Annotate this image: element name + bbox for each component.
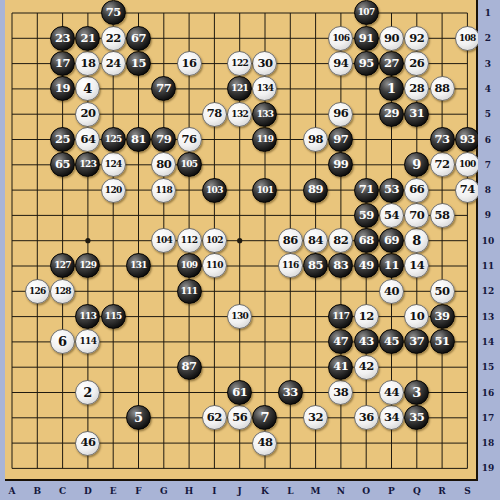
stone-white-118-G8[interactable]: 118 bbox=[151, 178, 176, 203]
stone-white-84-M10[interactable]: 84 bbox=[303, 228, 328, 253]
stone-white-134-K4[interactable]: 134 bbox=[252, 76, 277, 101]
stone-white-114-D14[interactable]: 114 bbox=[75, 329, 100, 354]
stone-white-20-D5[interactable]: 20 bbox=[75, 102, 100, 127]
stone-black-115-E13[interactable]: 115 bbox=[101, 304, 126, 329]
stone-white-86-L10[interactable]: 86 bbox=[278, 228, 303, 253]
stone-white-120-E8[interactable]: 120 bbox=[101, 178, 126, 203]
col-label-L: L bbox=[283, 486, 297, 496]
stone-white-90-P2[interactable]: 90 bbox=[379, 26, 404, 51]
stone-white-10-Q13[interactable]: 10 bbox=[404, 304, 429, 329]
stone-white-12-O13[interactable]: 12 bbox=[354, 304, 379, 329]
col-label-A: A bbox=[5, 486, 19, 496]
row-label-2: 2 bbox=[478, 33, 498, 43]
stone-white-98-M6[interactable]: 98 bbox=[303, 127, 328, 152]
stone-black-121-J4[interactable]: 121 bbox=[227, 76, 252, 101]
stone-white-72-R7[interactable]: 72 bbox=[430, 152, 455, 177]
stone-white-126-B12[interactable]: 126 bbox=[25, 279, 50, 304]
stone-black-25-C6[interactable]: 25 bbox=[50, 127, 75, 152]
stone-white-44-P16[interactable]: 44 bbox=[379, 380, 404, 405]
stone-black-131-F11[interactable]: 131 bbox=[126, 253, 151, 278]
stone-black-75-E1[interactable]: 75 bbox=[101, 0, 126, 25]
stone-black-37-Q14[interactable]: 37 bbox=[404, 329, 429, 354]
stone-black-53-P8[interactable]: 53 bbox=[379, 178, 404, 203]
stone-black-59-O9[interactable]: 59 bbox=[354, 203, 379, 228]
stone-black-67-F2[interactable]: 67 bbox=[126, 26, 151, 51]
stone-black-81-F6[interactable]: 81 bbox=[126, 127, 151, 152]
stone-black-15-F3[interactable]: 15 bbox=[126, 51, 151, 76]
stone-white-36-O17[interactable]: 36 bbox=[354, 405, 379, 430]
stone-black-65-C7[interactable]: 65 bbox=[50, 152, 75, 177]
col-label-O: O bbox=[359, 486, 373, 496]
col-label-R: R bbox=[435, 486, 449, 496]
stone-white-112-H10[interactable]: 112 bbox=[177, 228, 202, 253]
stone-black-29-P5[interactable]: 29 bbox=[379, 102, 404, 127]
col-label-C: C bbox=[56, 486, 70, 496]
stone-white-78-I5[interactable]: 78 bbox=[202, 102, 227, 127]
stone-white-14-Q11[interactable]: 14 bbox=[404, 253, 429, 278]
stone-white-132-J5[interactable]: 132 bbox=[227, 102, 252, 127]
stone-white-92-Q2[interactable]: 92 bbox=[404, 26, 429, 51]
stone-white-30-K3[interactable]: 30 bbox=[252, 51, 277, 76]
col-label-S: S bbox=[460, 486, 474, 496]
stone-black-93-S6[interactable]: 93 bbox=[455, 127, 480, 152]
stone-white-80-G7[interactable]: 80 bbox=[151, 152, 176, 177]
stone-black-133-K5[interactable]: 133 bbox=[252, 102, 277, 127]
stone-white-38-N16[interactable]: 38 bbox=[328, 380, 353, 405]
stone-white-108-S2[interactable]: 108 bbox=[455, 26, 480, 51]
stone-black-111-H12[interactable]: 111 bbox=[177, 279, 202, 304]
row-label-9: 9 bbox=[478, 210, 498, 220]
stone-black-99-N7[interactable]: 99 bbox=[328, 152, 353, 177]
stone-black-39-R13[interactable]: 39 bbox=[430, 304, 455, 329]
stone-black-5-F17[interactable]: 5 bbox=[126, 405, 151, 430]
stone-black-77-G4[interactable]: 77 bbox=[151, 76, 176, 101]
row-label-19: 19 bbox=[478, 463, 498, 473]
stone-black-23-C2[interactable]: 23 bbox=[50, 26, 75, 51]
stone-black-51-R14[interactable]: 51 bbox=[430, 329, 455, 354]
row-label-1: 1 bbox=[478, 8, 498, 18]
stone-black-109-H11[interactable]: 109 bbox=[177, 253, 202, 278]
stone-black-11-P11[interactable]: 11 bbox=[379, 253, 404, 278]
col-label-D: D bbox=[81, 486, 95, 496]
col-label-I: I bbox=[207, 486, 221, 496]
stone-white-24-E3[interactable]: 24 bbox=[101, 51, 126, 76]
stone-black-91-O2[interactable]: 91 bbox=[354, 26, 379, 51]
stone-black-71-O8[interactable]: 71 bbox=[354, 178, 379, 203]
stone-white-2-D16[interactable]: 2 bbox=[75, 380, 100, 405]
stone-white-62-I17[interactable]: 62 bbox=[202, 405, 227, 430]
stone-black-61-J16[interactable]: 61 bbox=[227, 380, 252, 405]
row-label-15: 15 bbox=[478, 362, 498, 372]
stone-white-76-H6[interactable]: 76 bbox=[177, 127, 202, 152]
col-label-F: F bbox=[132, 486, 146, 496]
stone-white-116-L11[interactable]: 116 bbox=[278, 253, 303, 278]
stone-white-100-S7[interactable]: 100 bbox=[455, 152, 480, 177]
stone-black-73-R6[interactable]: 73 bbox=[430, 127, 455, 152]
stone-black-127-C11[interactable]: 127 bbox=[50, 253, 75, 278]
stone-black-45-P14[interactable]: 45 bbox=[379, 329, 404, 354]
stone-black-17-C3[interactable]: 17 bbox=[50, 51, 75, 76]
row-label-6: 6 bbox=[478, 135, 498, 145]
col-label-M: M bbox=[309, 486, 323, 496]
stone-white-48-K18[interactable]: 48 bbox=[252, 431, 277, 456]
stone-black-3-Q16[interactable]: 3 bbox=[404, 380, 429, 405]
stone-black-79-G6[interactable]: 79 bbox=[151, 127, 176, 152]
stone-black-35-Q17[interactable]: 35 bbox=[404, 405, 429, 430]
stone-white-46-D18[interactable]: 46 bbox=[75, 431, 100, 456]
row-label-16: 16 bbox=[478, 388, 498, 398]
stone-white-32-M17[interactable]: 32 bbox=[303, 405, 328, 430]
stone-white-124-E7[interactable]: 124 bbox=[101, 152, 126, 177]
stone-black-69-P10[interactable]: 69 bbox=[379, 228, 404, 253]
stone-grid: 1234567891011121415161718192021222324252… bbox=[0, 0, 480, 481]
stone-white-104-G10[interactable]: 104 bbox=[151, 228, 176, 253]
stone-white-6-C14[interactable]: 6 bbox=[50, 329, 75, 354]
stone-black-119-K6[interactable]: 119 bbox=[252, 127, 277, 152]
stone-white-22-E2[interactable]: 22 bbox=[101, 26, 126, 51]
stone-white-18-D3[interactable]: 18 bbox=[75, 51, 100, 76]
col-label-H: H bbox=[182, 486, 196, 496]
row-label-7: 7 bbox=[478, 160, 498, 170]
row-label-4: 4 bbox=[478, 84, 498, 94]
stone-black-1-P4[interactable]: 1 bbox=[379, 76, 404, 101]
row-label-10: 10 bbox=[478, 236, 498, 246]
col-label-Q: Q bbox=[410, 486, 424, 496]
col-label-J: J bbox=[233, 486, 247, 496]
stone-white-42-O15[interactable]: 42 bbox=[354, 355, 379, 380]
stone-white-130-J13[interactable]: 130 bbox=[227, 304, 252, 329]
col-label-N: N bbox=[334, 486, 348, 496]
stone-white-54-P9[interactable]: 54 bbox=[379, 203, 404, 228]
row-label-14: 14 bbox=[478, 337, 498, 347]
stone-white-74-S8[interactable]: 74 bbox=[455, 178, 480, 203]
row-label-17: 17 bbox=[478, 413, 498, 423]
stone-black-68-O10[interactable]: 68 bbox=[354, 228, 379, 253]
col-label-K: K bbox=[258, 486, 272, 496]
row-label-11: 11 bbox=[478, 261, 498, 271]
stone-black-83-N11[interactable]: 83 bbox=[328, 253, 353, 278]
go-game-window: 1234567891011121415161718192021222324252… bbox=[0, 0, 500, 500]
stone-black-129-D11[interactable]: 129 bbox=[75, 253, 100, 278]
stone-black-101-K8[interactable]: 101 bbox=[252, 178, 277, 203]
stone-black-103-I8[interactable]: 103 bbox=[202, 178, 227, 203]
stone-black-7-K17[interactable]: 7 bbox=[252, 405, 277, 430]
stone-white-40-P12[interactable]: 40 bbox=[379, 279, 404, 304]
stone-white-28-Q4[interactable]: 28 bbox=[404, 76, 429, 101]
stone-black-49-O11[interactable]: 49 bbox=[354, 253, 379, 278]
stone-black-27-P3[interactable]: 27 bbox=[379, 51, 404, 76]
stone-black-123-D7[interactable]: 123 bbox=[75, 152, 100, 177]
row-label-8: 8 bbox=[478, 185, 498, 195]
stone-white-4-D4[interactable]: 4 bbox=[75, 76, 100, 101]
stone-black-113-D13[interactable]: 113 bbox=[75, 304, 100, 329]
stone-white-8-Q10[interactable]: 8 bbox=[404, 228, 429, 253]
row-label-12: 12 bbox=[478, 286, 498, 296]
stone-black-43-O14[interactable]: 43 bbox=[354, 329, 379, 354]
stone-white-110-I11[interactable]: 110 bbox=[202, 253, 227, 278]
stone-black-19-C4[interactable]: 19 bbox=[50, 76, 75, 101]
stone-black-107-O1[interactable]: 107 bbox=[354, 0, 379, 25]
stone-white-102-I10[interactable]: 102 bbox=[202, 228, 227, 253]
stone-black-125-E6[interactable]: 125 bbox=[101, 127, 126, 152]
stone-white-96-N5[interactable]: 96 bbox=[328, 102, 353, 127]
stone-white-56-J17[interactable]: 56 bbox=[227, 405, 252, 430]
stone-black-105-H7[interactable]: 105 bbox=[177, 152, 202, 177]
stone-black-117-N13[interactable]: 117 bbox=[328, 304, 353, 329]
stone-white-94-N3[interactable]: 94 bbox=[328, 51, 353, 76]
stone-black-97-N6[interactable]: 97 bbox=[328, 127, 353, 152]
stone-black-33-L16[interactable]: 33 bbox=[278, 380, 303, 405]
stone-white-82-N10[interactable]: 82 bbox=[328, 228, 353, 253]
go-board[interactable]: 1234567891011121415161718192021222324252… bbox=[5, 0, 478, 481]
col-label-E: E bbox=[106, 486, 120, 496]
col-label-G: G bbox=[157, 486, 171, 496]
stone-black-87-H15[interactable]: 87 bbox=[177, 355, 202, 380]
row-labels-strip: 12345678910111213141516171819 bbox=[478, 0, 500, 500]
stone-white-128-C12[interactable]: 128 bbox=[50, 279, 75, 304]
col-label-B: B bbox=[30, 486, 44, 496]
stone-black-9-Q7[interactable]: 9 bbox=[404, 152, 429, 177]
stone-white-34-P17[interactable]: 34 bbox=[379, 405, 404, 430]
stone-white-16-H3[interactable]: 16 bbox=[177, 51, 202, 76]
stone-white-88-R4[interactable]: 88 bbox=[430, 76, 455, 101]
col-label-P: P bbox=[385, 486, 399, 496]
row-label-5: 5 bbox=[478, 109, 498, 119]
stone-black-95-O3[interactable]: 95 bbox=[354, 51, 379, 76]
stone-white-122-J3[interactable]: 122 bbox=[227, 51, 252, 76]
stone-white-66-Q8[interactable]: 66 bbox=[404, 178, 429, 203]
stone-white-26-Q3[interactable]: 26 bbox=[404, 51, 429, 76]
stone-black-41-N15[interactable]: 41 bbox=[328, 355, 353, 380]
row-label-3: 3 bbox=[478, 59, 498, 69]
stone-white-50-R12[interactable]: 50 bbox=[430, 279, 455, 304]
stone-white-106-N2[interactable]: 106 bbox=[328, 26, 353, 51]
stone-white-64-D6[interactable]: 64 bbox=[75, 127, 100, 152]
stone-black-89-M8[interactable]: 89 bbox=[303, 178, 328, 203]
row-label-18: 18 bbox=[478, 438, 498, 448]
column-labels-strip: ABCDEFGHIJKLMNOPQRS bbox=[0, 481, 500, 500]
stone-black-31-Q5[interactable]: 31 bbox=[404, 102, 429, 127]
stone-black-21-D2[interactable]: 21 bbox=[75, 26, 100, 51]
stone-black-85-M11[interactable]: 85 bbox=[303, 253, 328, 278]
stone-black-47-N14[interactable]: 47 bbox=[328, 329, 353, 354]
stone-white-58-R9[interactable]: 58 bbox=[430, 203, 455, 228]
row-label-13: 13 bbox=[478, 312, 498, 322]
stone-white-70-Q9[interactable]: 70 bbox=[404, 203, 429, 228]
